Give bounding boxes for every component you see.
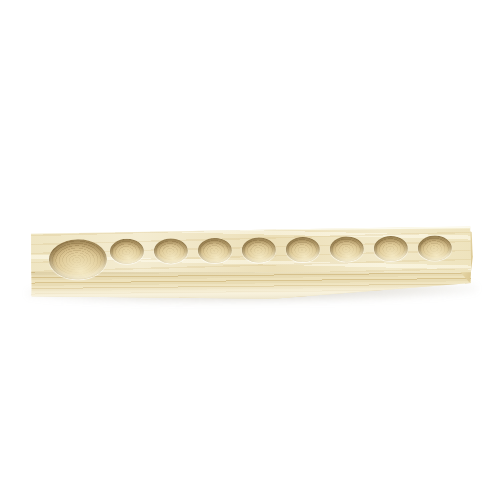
pit-6-hole[interactable]	[330, 236, 364, 261]
store-cell[interactable]	[43, 230, 105, 275]
store-hole[interactable]	[49, 239, 107, 280]
pit-6-cell[interactable]	[325, 227, 369, 271]
pit-4-cell[interactable]	[237, 228, 281, 272]
pit-5-hole[interactable]	[286, 236, 320, 261]
pit-5-cell[interactable]	[281, 228, 325, 272]
pit-7-cell[interactable]	[369, 227, 413, 271]
pit-7-hole[interactable]	[374, 235, 408, 260]
pit-8-cell[interactable]	[413, 226, 457, 270]
pit-4-hole[interactable]	[242, 237, 276, 262]
pit-1-hole[interactable]	[110, 238, 144, 263]
pit-1-cell[interactable]	[105, 230, 149, 274]
pit-3-cell[interactable]	[193, 229, 237, 273]
pit-3-hole[interactable]	[198, 237, 232, 262]
board-grid	[31, 226, 483, 275]
pit-2-cell[interactable]	[149, 229, 193, 273]
pit-2-hole[interactable]	[154, 238, 188, 263]
product-photo-stage	[0, 0, 500, 500]
pit-8-hole[interactable]	[418, 235, 452, 260]
mancala-board	[31, 226, 472, 303]
